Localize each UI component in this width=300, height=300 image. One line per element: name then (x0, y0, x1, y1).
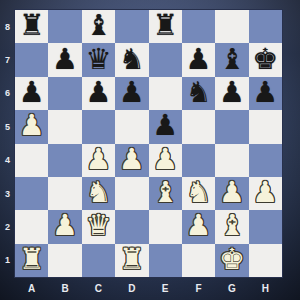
file-label-e: E (149, 277, 182, 300)
rank-label-5: 5 (0, 110, 15, 143)
piece-white-knight-c3[interactable]: ♞ (85, 178, 111, 207)
square-h3[interactable]: ♟ (249, 177, 282, 210)
piece-black-king-h7[interactable]: ♚ (252, 45, 278, 74)
piece-white-queen-c2[interactable]: ♛ (85, 211, 111, 240)
file-label-c: C (82, 277, 115, 300)
square-e4[interactable]: ♟ (149, 144, 182, 177)
square-e7[interactable] (149, 43, 182, 76)
square-a2[interactable] (15, 210, 48, 243)
square-c5[interactable] (82, 110, 115, 143)
square-h6[interactable]: ♟ (249, 77, 282, 110)
square-d4[interactable]: ♟ (115, 144, 148, 177)
piece-white-knight-f3[interactable]: ♞ (186, 178, 212, 207)
piece-black-knight-f6[interactable]: ♞ (186, 78, 212, 107)
square-d3[interactable] (115, 177, 148, 210)
piece-white-pawn-g3[interactable]: ♟ (219, 178, 245, 207)
square-f6[interactable]: ♞ (182, 77, 215, 110)
piece-white-pawn-h3[interactable]: ♟ (252, 178, 278, 207)
file-label-h: H (249, 277, 282, 300)
piece-white-pawn-c4[interactable]: ♟ (85, 145, 111, 174)
square-b8[interactable] (48, 10, 81, 43)
square-c7[interactable]: ♛ (82, 43, 115, 76)
square-e5[interactable]: ♟ (149, 110, 182, 143)
piece-black-knight-d7[interactable]: ♞ (119, 45, 145, 74)
square-g1[interactable]: ♚ (215, 244, 248, 277)
piece-white-king-g1[interactable]: ♚ (219, 245, 245, 274)
square-g2[interactable]: ♝ (215, 210, 248, 243)
rank-label-2: 2 (0, 210, 15, 243)
file-label-g: G (215, 277, 248, 300)
square-b1[interactable] (48, 244, 81, 277)
file-labels: ABCDEFGH (15, 277, 282, 300)
square-h1[interactable] (249, 244, 282, 277)
piece-white-pawn-f2[interactable]: ♟ (186, 211, 212, 240)
square-c2[interactable]: ♛ (82, 210, 115, 243)
square-g7[interactable]: ♝ (215, 43, 248, 76)
square-d5[interactable] (115, 110, 148, 143)
square-f8[interactable] (182, 10, 215, 43)
square-f1[interactable] (182, 244, 215, 277)
square-d2[interactable] (115, 210, 148, 243)
square-b6[interactable] (48, 77, 81, 110)
square-d1[interactable]: ♜ (115, 244, 148, 277)
square-e6[interactable] (149, 77, 182, 110)
square-a6[interactable]: ♟ (15, 77, 48, 110)
piece-black-bishop-g7[interactable]: ♝ (219, 45, 245, 74)
square-e8[interactable]: ♜ (149, 10, 182, 43)
square-e3[interactable]: ♝ (149, 177, 182, 210)
square-d7[interactable]: ♞ (115, 43, 148, 76)
square-d6[interactable]: ♟ (115, 77, 148, 110)
rank-label-6: 6 (0, 77, 15, 110)
square-g4[interactable] (215, 144, 248, 177)
square-h8[interactable] (249, 10, 282, 43)
piece-black-pawn-d6[interactable]: ♟ (119, 78, 145, 107)
square-f7[interactable]: ♟ (182, 43, 215, 76)
file-label-f: F (182, 277, 215, 300)
piece-white-rook-d1[interactable]: ♜ (119, 245, 145, 274)
piece-black-rook-a8[interactable]: ♜ (19, 11, 45, 40)
chess-board: ♜♝♜♟♛♞♟♝♚♟♟♟♞♟♟♟♟♟♟♟♞♝♞♟♟♟♛♟♝♜♜♚ (15, 10, 282, 277)
chess-board-frame: 87654321 ♜♝♜♟♛♞♟♝♚♟♟♟♞♟♟♟♟♟♟♟♞♝♞♟♟♟♛♟♝♜♜… (0, 0, 300, 300)
square-g3[interactable]: ♟ (215, 177, 248, 210)
square-a1[interactable]: ♜ (15, 244, 48, 277)
square-b4[interactable] (48, 144, 81, 177)
square-a5[interactable]: ♟ (15, 110, 48, 143)
square-b7[interactable]: ♟ (48, 43, 81, 76)
piece-white-pawn-a5[interactable]: ♟ (19, 111, 45, 140)
rank-label-1: 1 (0, 244, 15, 277)
square-a4[interactable] (15, 144, 48, 177)
square-c6[interactable]: ♟ (82, 77, 115, 110)
piece-black-pawn-f7[interactable]: ♟ (186, 45, 212, 74)
piece-white-pawn-e4[interactable]: ♟ (152, 145, 178, 174)
square-h7[interactable]: ♚ (249, 43, 282, 76)
rank-label-7: 7 (0, 43, 15, 76)
square-f4[interactable] (182, 144, 215, 177)
square-c4[interactable]: ♟ (82, 144, 115, 177)
piece-black-pawn-b7[interactable]: ♟ (52, 45, 78, 74)
piece-black-pawn-c6[interactable]: ♟ (85, 78, 111, 107)
square-e2[interactable] (149, 210, 182, 243)
file-label-b: B (48, 277, 81, 300)
piece-white-bishop-e3[interactable]: ♝ (152, 178, 178, 207)
square-f2[interactable]: ♟ (182, 210, 215, 243)
square-h2[interactable] (249, 210, 282, 243)
rank-label-4: 4 (0, 144, 15, 177)
piece-black-bishop-c8[interactable]: ♝ (85, 11, 111, 40)
square-b5[interactable] (48, 110, 81, 143)
piece-white-rook-a1[interactable]: ♜ (19, 245, 45, 274)
piece-black-rook-e8[interactable]: ♜ (152, 11, 178, 40)
rank-labels: 87654321 (0, 10, 15, 277)
square-h5[interactable] (249, 110, 282, 143)
piece-black-pawn-h6[interactable]: ♟ (252, 78, 278, 107)
piece-black-pawn-g6[interactable]: ♟ (219, 78, 245, 107)
square-d8[interactable] (115, 10, 148, 43)
piece-black-queen-c7[interactable]: ♛ (85, 45, 111, 74)
square-a7[interactable] (15, 43, 48, 76)
file-label-a: A (15, 277, 48, 300)
piece-white-bishop-g2[interactable]: ♝ (219, 211, 245, 240)
piece-white-pawn-d4[interactable]: ♟ (119, 145, 145, 174)
square-h4[interactable] (249, 144, 282, 177)
square-a3[interactable] (15, 177, 48, 210)
square-e1[interactable] (149, 244, 182, 277)
piece-black-pawn-e5[interactable]: ♟ (152, 111, 178, 140)
square-g6[interactable]: ♟ (215, 77, 248, 110)
square-a8[interactable]: ♜ (15, 10, 48, 43)
file-label-d: D (115, 277, 148, 300)
rank-label-3: 3 (0, 177, 15, 210)
square-g5[interactable] (215, 110, 248, 143)
rank-label-8: 8 (0, 10, 15, 43)
square-b2[interactable]: ♟ (48, 210, 81, 243)
piece-white-pawn-b2[interactable]: ♟ (52, 211, 78, 240)
square-g8[interactable] (215, 10, 248, 43)
square-f5[interactable] (182, 110, 215, 143)
piece-black-pawn-a6[interactable]: ♟ (19, 78, 45, 107)
square-c8[interactable]: ♝ (82, 10, 115, 43)
square-b3[interactable] (48, 177, 81, 210)
square-c1[interactable] (82, 244, 115, 277)
square-c3[interactable]: ♞ (82, 177, 115, 210)
square-f3[interactable]: ♞ (182, 177, 215, 210)
